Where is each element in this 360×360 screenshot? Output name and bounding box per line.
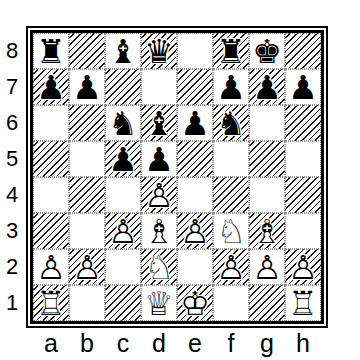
square-g6[interactable] — [249, 105, 285, 141]
black-rook-a8: ♜ — [33, 33, 69, 69]
white-knight-d2: ♞♘ — [141, 249, 177, 285]
square-c4[interactable] — [105, 177, 141, 213]
square-h5[interactable] — [285, 141, 321, 177]
square-g3[interactable]: ♝♗ — [249, 213, 285, 249]
file-label-f: f — [213, 330, 249, 358]
square-b7[interactable]: ♟ — [69, 69, 105, 105]
piece-outline-glyph: ♙ — [105, 213, 141, 249]
square-d2[interactable]: ♞♘ — [141, 249, 177, 285]
piece-outline-glyph: ♘ — [141, 249, 177, 285]
file-label-b: b — [69, 330, 105, 358]
black-pawn-e6: ♟ — [177, 105, 213, 141]
piece-outline-glyph: ♙ — [285, 249, 321, 285]
rank-label-3: 3 — [0, 213, 24, 249]
black-bishop-c8: ♝ — [105, 33, 141, 69]
square-h2[interactable]: ♟♙ — [285, 249, 321, 285]
square-g2[interactable]: ♟♙ — [249, 249, 285, 285]
white-queen-d1: ♛♕ — [141, 285, 177, 321]
square-e2[interactable] — [177, 249, 213, 285]
square-c7[interactable] — [105, 69, 141, 105]
square-b6[interactable] — [69, 105, 105, 141]
board-inner-border: ♜♝♛♜♚♟♟♟♟♟♞♝♟♞♟♟♟♙♟♙♝♗♟♙♞♘♝♗♟♙♟♙♞♘♟♙♟♙♟♙… — [30, 30, 324, 324]
square-b4[interactable] — [69, 177, 105, 213]
square-a1[interactable]: ♜♖ — [33, 285, 69, 321]
white-pawn-g2: ♟♙ — [249, 249, 285, 285]
square-a4[interactable] — [33, 177, 69, 213]
piece-outline-glyph: ♔ — [177, 285, 213, 321]
square-h7[interactable]: ♟ — [285, 69, 321, 105]
square-f8[interactable]: ♜ — [213, 33, 249, 69]
rank-label-7: 7 — [0, 69, 24, 105]
white-rook-a1: ♜♖ — [33, 285, 69, 321]
square-f5[interactable] — [213, 141, 249, 177]
rank-label-5: 5 — [0, 141, 24, 177]
piece-outline-glyph: ♗ — [141, 213, 177, 249]
square-h4[interactable] — [285, 177, 321, 213]
piece-outline-glyph: ♗ — [249, 213, 285, 249]
square-f1[interactable] — [213, 285, 249, 321]
white-king-e1: ♚♔ — [177, 285, 213, 321]
square-d4[interactable]: ♟♙ — [141, 177, 177, 213]
square-b5[interactable] — [69, 141, 105, 177]
black-pawn-h7: ♟ — [285, 69, 321, 105]
square-a5[interactable] — [33, 141, 69, 177]
square-d5[interactable]: ♟ — [141, 141, 177, 177]
square-g5[interactable] — [249, 141, 285, 177]
square-d8[interactable]: ♛ — [141, 33, 177, 69]
rank-label-6: 6 — [0, 105, 24, 141]
rank-label-4: 4 — [0, 177, 24, 213]
rank-label-8: 8 — [0, 33, 24, 69]
square-b8[interactable] — [69, 33, 105, 69]
piece-outline-glyph: ♙ — [33, 249, 69, 285]
white-rook-h1: ♜♖ — [285, 285, 321, 321]
square-f2[interactable]: ♟♙ — [213, 249, 249, 285]
chess-board: ♜♝♛♜♚♟♟♟♟♟♞♝♟♞♟♟♟♙♟♙♝♗♟♙♞♘♝♗♟♙♟♙♞♘♟♙♟♙♟♙… — [33, 33, 321, 321]
white-bishop-g3: ♝♗ — [249, 213, 285, 249]
white-pawn-c3: ♟♙ — [105, 213, 141, 249]
square-g8[interactable]: ♚ — [249, 33, 285, 69]
square-g4[interactable] — [249, 177, 285, 213]
square-a7[interactable]: ♟ — [33, 69, 69, 105]
rank-labels: 87654321 — [0, 33, 24, 321]
square-d7[interactable] — [141, 69, 177, 105]
square-e1[interactable]: ♚♔ — [177, 285, 213, 321]
square-c5[interactable]: ♟ — [105, 141, 141, 177]
rank-label-1: 1 — [0, 285, 24, 321]
square-d6[interactable]: ♝ — [141, 105, 177, 141]
black-king-g8: ♚ — [249, 33, 285, 69]
piece-outline-glyph: ♕ — [141, 285, 177, 321]
square-e6[interactable]: ♟ — [177, 105, 213, 141]
square-a8[interactable]: ♜ — [33, 33, 69, 69]
square-f4[interactable] — [213, 177, 249, 213]
square-c6[interactable]: ♞ — [105, 105, 141, 141]
square-h3[interactable] — [285, 213, 321, 249]
black-bishop-d6: ♝ — [141, 105, 177, 141]
square-d3[interactable]: ♝♗ — [141, 213, 177, 249]
square-e4[interactable] — [177, 177, 213, 213]
black-pawn-b7: ♟ — [69, 69, 105, 105]
board-frame: ♜♝♛♜♚♟♟♟♟♟♞♝♟♞♟♟♟♙♟♙♝♗♟♙♞♘♝♗♟♙♟♙♞♘♟♙♟♙♟♙… — [26, 26, 328, 328]
piece-outline-glyph: ♘ — [213, 213, 249, 249]
piece-outline-glyph: ♙ — [213, 249, 249, 285]
file-label-d: d — [141, 330, 177, 358]
black-pawn-f7: ♟ — [213, 69, 249, 105]
square-a2[interactable]: ♟♙ — [33, 249, 69, 285]
square-a6[interactable] — [33, 105, 69, 141]
white-pawn-h2: ♟♙ — [285, 249, 321, 285]
square-f7[interactable]: ♟ — [213, 69, 249, 105]
square-b3[interactable] — [69, 213, 105, 249]
square-h6[interactable] — [285, 105, 321, 141]
square-c1[interactable] — [105, 285, 141, 321]
piece-outline-glyph: ♙ — [177, 213, 213, 249]
square-c3[interactable]: ♟♙ — [105, 213, 141, 249]
piece-outline-glyph: ♙ — [141, 177, 177, 213]
square-b1[interactable] — [69, 285, 105, 321]
white-knight-f3: ♞♘ — [213, 213, 249, 249]
square-g1[interactable] — [249, 285, 285, 321]
black-pawn-g7: ♟ — [249, 69, 285, 105]
white-pawn-a2: ♟♙ — [33, 249, 69, 285]
square-f6[interactable]: ♞ — [213, 105, 249, 141]
square-g7[interactable]: ♟ — [249, 69, 285, 105]
piece-outline-glyph: ♖ — [33, 285, 69, 321]
square-a3[interactable] — [33, 213, 69, 249]
black-queen-d8: ♛ — [141, 33, 177, 69]
black-pawn-a7: ♟ — [33, 69, 69, 105]
square-c2[interactable] — [105, 249, 141, 285]
square-h8[interactable] — [285, 33, 321, 69]
square-e3[interactable]: ♟♙ — [177, 213, 213, 249]
square-h1[interactable]: ♜♖ — [285, 285, 321, 321]
square-e5[interactable] — [177, 141, 213, 177]
square-e8[interactable] — [177, 33, 213, 69]
black-knight-c6: ♞ — [105, 105, 141, 141]
square-d1[interactable]: ♛♕ — [141, 285, 177, 321]
file-label-g: g — [249, 330, 285, 358]
white-pawn-b2: ♟♙ — [69, 249, 105, 285]
square-e7[interactable] — [177, 69, 213, 105]
black-rook-f8: ♜ — [213, 33, 249, 69]
file-label-h: h — [285, 330, 321, 358]
chess-diagram-page: 87654321 ♜♝♛♜♚♟♟♟♟♟♞♝♟♞♟♟♟♙♟♙♝♗♟♙♞♘♝♗♟♙♟… — [0, 0, 360, 360]
black-pawn-c5: ♟ — [105, 141, 141, 177]
square-f3[interactable]: ♞♘ — [213, 213, 249, 249]
file-labels: abcdefgh — [33, 330, 321, 358]
file-label-e: e — [177, 330, 213, 358]
piece-outline-glyph: ♙ — [249, 249, 285, 285]
piece-outline-glyph: ♖ — [285, 285, 321, 321]
rank-label-2: 2 — [0, 249, 24, 285]
file-label-a: a — [33, 330, 69, 358]
white-pawn-f2: ♟♙ — [213, 249, 249, 285]
white-pawn-d4: ♟♙ — [141, 177, 177, 213]
square-b2[interactable]: ♟♙ — [69, 249, 105, 285]
black-knight-f6: ♞ — [213, 105, 249, 141]
white-pawn-e3: ♟♙ — [177, 213, 213, 249]
black-pawn-d5: ♟ — [141, 141, 177, 177]
square-c8[interactable]: ♝ — [105, 33, 141, 69]
piece-outline-glyph: ♙ — [69, 249, 105, 285]
file-label-c: c — [105, 330, 141, 358]
white-bishop-d3: ♝♗ — [141, 213, 177, 249]
